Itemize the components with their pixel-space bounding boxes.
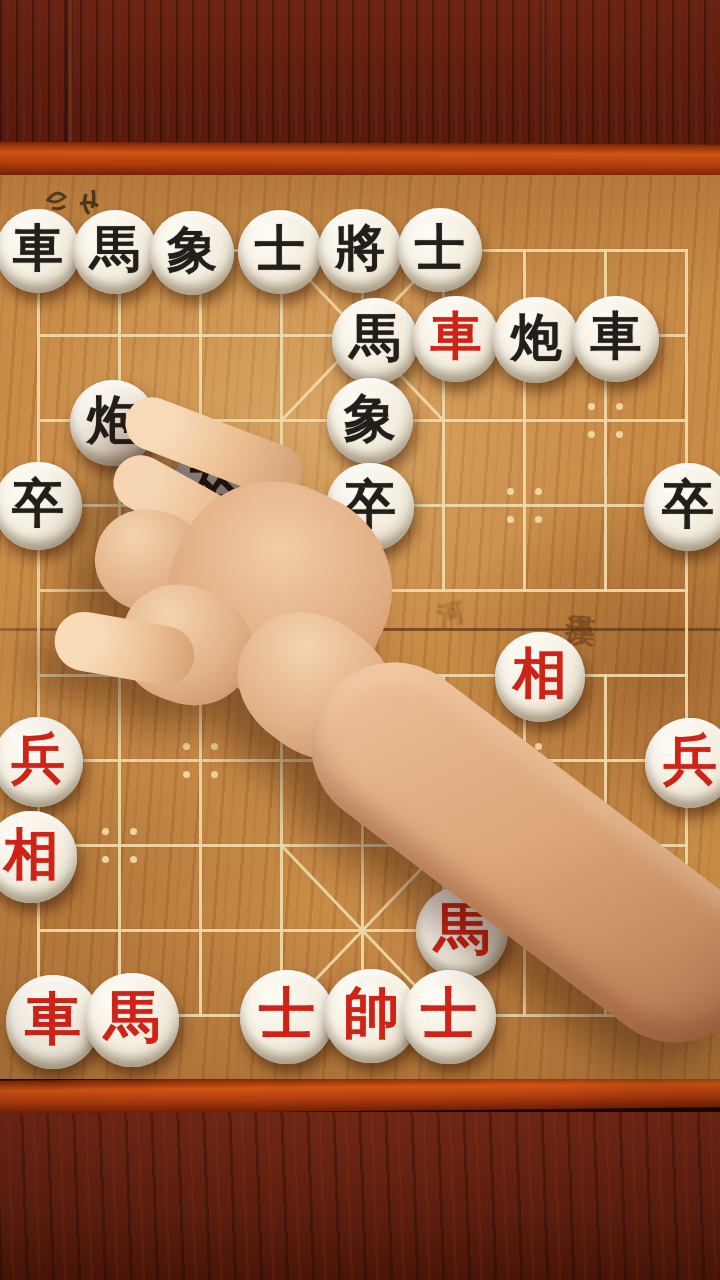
black-soldier-glyph: 卒	[188, 455, 240, 525]
piece-red-chariot[interactable]: 車	[413, 296, 498, 381]
black-elephant-glyph: 象	[167, 217, 217, 284]
piece-red-elephant[interactable]: 相	[0, 811, 77, 903]
red-advisor-glyph: 士	[259, 977, 315, 1053]
black-general-glyph: 將	[335, 215, 385, 282]
red-chariot-glyph: 車	[25, 982, 81, 1058]
piece-black-advisor[interactable]: 士	[238, 210, 322, 294]
piece-red-advisor[interactable]: 士	[240, 970, 334, 1064]
black-soldier-glyph: 卒	[12, 469, 64, 539]
black-horse-glyph: 馬	[90, 216, 140, 283]
piece-black-soldier[interactable]: 卒	[644, 463, 720, 550]
red-soldier-glyph: 兵	[663, 724, 717, 797]
black-soldier-glyph: 卒	[662, 470, 714, 540]
piece-red-elephant[interactable]: 相	[495, 632, 584, 721]
piece-red-soldier[interactable]: 兵	[645, 718, 720, 808]
piece-black-horse[interactable]: 馬	[332, 298, 417, 383]
black-cannon-glyph: 炮	[511, 304, 562, 373]
piece-black-general[interactable]: 將	[318, 209, 402, 293]
black-advisor-glyph: 士	[255, 216, 305, 283]
scene: 漢界 河 車馬象士將士馬車炮車炮象卒卒卒卒相兵兵相馬車馬士帥士	[0, 0, 720, 1280]
piece-red-horse[interactable]: 馬	[416, 886, 509, 979]
piece-black-soldier[interactable]: 卒	[0, 462, 82, 549]
black-cannon-glyph: 炮	[87, 386, 139, 456]
piece-red-advisor[interactable]: 士	[402, 970, 496, 1064]
piece-black-soldier[interactable]: 卒	[326, 463, 413, 550]
red-chariot-glyph: 車	[430, 302, 481, 371]
black-elephant-glyph: 象	[344, 384, 396, 454]
black-horse-glyph: 馬	[349, 304, 400, 373]
black-advisor-glyph: 士	[415, 215, 465, 282]
piece-black-chariot[interactable]: 車	[573, 296, 658, 381]
piece-black-elephant[interactable]: 象	[327, 378, 413, 464]
piece-black-soldier[interactable]: 卒	[170, 448, 257, 535]
red-soldier-glyph: 兵	[11, 723, 65, 796]
piece-black-elephant[interactable]: 象	[150, 211, 234, 295]
black-soldier-glyph: 卒	[344, 470, 396, 540]
piece-red-soldier[interactable]: 兵	[0, 717, 83, 807]
red-general-glyph: 帥	[343, 976, 399, 1052]
red-horse-glyph: 馬	[104, 980, 160, 1056]
piece-black-chariot[interactable]: 車	[0, 209, 80, 293]
piece-black-advisor[interactable]: 士	[398, 208, 482, 292]
piece-black-horse[interactable]: 馬	[73, 210, 157, 294]
black-chariot-glyph: 車	[590, 302, 641, 371]
red-advisor-glyph: 士	[421, 977, 477, 1053]
black-chariot-glyph: 車	[13, 215, 63, 282]
piece-red-horse[interactable]: 馬	[85, 973, 179, 1067]
red-elephant-glyph: 相	[4, 818, 59, 892]
piece-layer: 車馬象士將士馬車炮車炮象卒卒卒卒相兵兵相馬車馬士帥士	[0, 0, 720, 1280]
red-elephant-glyph: 相	[513, 638, 567, 711]
piece-black-cannon[interactable]: 炮	[493, 297, 578, 382]
red-horse-glyph: 馬	[434, 892, 490, 968]
piece-black-cannon[interactable]: 炮	[70, 380, 156, 466]
